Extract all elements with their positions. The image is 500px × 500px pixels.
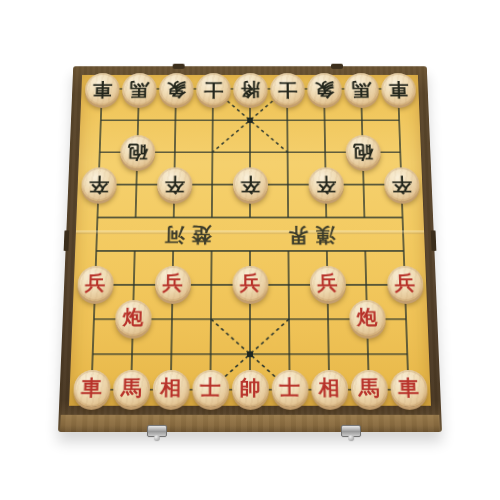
piece-red-elephant[interactable]: 相 <box>311 370 348 407</box>
piece-character: 兵 <box>394 274 415 294</box>
piece-character: 帥 <box>240 377 261 398</box>
latch-clasp-icon <box>147 425 167 437</box>
box-front-edge <box>60 415 440 432</box>
piece-character: 卒 <box>240 174 260 193</box>
hinge-icon <box>331 64 343 69</box>
piece-character: 兵 <box>317 274 338 294</box>
fold-joint-right <box>431 231 437 251</box>
board-grid-lines <box>69 75 431 406</box>
piece-red-soldier[interactable]: 兵 <box>309 266 345 301</box>
piece-black-chariot[interactable]: 車 <box>84 73 119 105</box>
board-fold-seam <box>76 231 424 235</box>
piece-character: 士 <box>203 80 223 98</box>
piece-character: 炮 <box>122 308 143 328</box>
piece-character: 相 <box>319 377 340 398</box>
palace-center-marker <box>247 118 253 123</box>
xiangqi-board-surface[interactable]: 楚河 漢界 車馬象士將士象馬車砲砲卒卒卒卒卒兵兵兵兵兵炮炮車馬相士帥士相馬車 <box>69 75 431 406</box>
piece-black-soldier[interactable]: 卒 <box>308 167 344 201</box>
board-perspective-wrapper: 楚河 漢界 車馬象士將士象馬車砲砲卒卒卒卒卒兵兵兵兵兵炮炮車馬相士帥士相馬車 <box>58 40 442 432</box>
piece-black-cannon[interactable]: 砲 <box>345 135 381 168</box>
piece-character: 車 <box>398 377 420 398</box>
piece-character: 車 <box>81 377 103 398</box>
piece-character: 兵 <box>162 274 183 294</box>
piece-black-chariot[interactable]: 車 <box>380 73 415 105</box>
piece-black-horse[interactable]: 馬 <box>121 73 156 105</box>
piece-black-soldier[interactable]: 卒 <box>232 167 267 201</box>
piece-character: 馬 <box>129 80 149 98</box>
piece-character: 將 <box>240 80 259 98</box>
piece-character: 兵 <box>240 274 260 294</box>
piece-red-soldier[interactable]: 兵 <box>154 266 190 301</box>
piece-red-advisor[interactable]: 士 <box>271 370 308 407</box>
piece-red-chariot[interactable]: 車 <box>72 370 110 407</box>
piece-character: 士 <box>279 377 300 398</box>
piece-character: 士 <box>200 377 221 398</box>
piece-red-general[interactable]: 帥 <box>232 370 269 407</box>
piece-black-advisor[interactable]: 士 <box>270 73 305 105</box>
piece-character: 砲 <box>353 142 373 161</box>
piece-black-horse[interactable]: 馬 <box>344 73 379 105</box>
piece-black-advisor[interactable]: 士 <box>196 73 231 105</box>
piece-black-soldier[interactable]: 卒 <box>156 167 192 201</box>
piece-red-chariot[interactable]: 車 <box>390 370 428 407</box>
piece-character: 象 <box>314 80 334 98</box>
river-inscription-left: 楚河 <box>158 222 212 248</box>
piece-character: 兵 <box>85 274 106 294</box>
piece-character: 馬 <box>358 377 379 398</box>
piece-character: 炮 <box>357 308 378 328</box>
piece-character: 車 <box>388 80 408 98</box>
piece-character: 卒 <box>391 174 412 193</box>
piece-character: 相 <box>160 377 181 398</box>
piece-red-cannon[interactable]: 炮 <box>349 300 386 336</box>
piece-black-cannon[interactable]: 砲 <box>119 135 155 168</box>
piece-character: 馬 <box>120 377 141 398</box>
piece-character: 馬 <box>351 80 371 98</box>
piece-black-elephant[interactable]: 象 <box>307 73 342 105</box>
piece-red-elephant[interactable]: 相 <box>152 370 189 407</box>
piece-character: 士 <box>277 80 297 98</box>
latch-clasp-icon <box>341 425 361 437</box>
piece-character: 卒 <box>164 174 184 193</box>
piece-character: 車 <box>92 80 112 98</box>
piece-black-general[interactable]: 將 <box>233 73 267 105</box>
product-photo-background: 楚河 漢界 車馬象士將士象馬車砲砲卒卒卒卒卒兵兵兵兵兵炮炮車馬相士帥士相馬車 <box>0 0 500 500</box>
piece-red-horse[interactable]: 馬 <box>112 370 150 407</box>
fold-joint-left <box>64 231 70 251</box>
piece-character: 砲 <box>127 142 147 161</box>
river-inscription-right: 漢界 <box>281 222 335 248</box>
piece-red-advisor[interactable]: 士 <box>192 370 229 407</box>
piece-character: 卒 <box>316 174 336 193</box>
folding-xiangqi-box: 楚河 漢界 車馬象士將士象馬車砲砲卒卒卒卒卒兵兵兵兵兵炮炮車馬相士帥士相馬車 <box>58 66 442 432</box>
piece-black-elephant[interactable]: 象 <box>158 73 193 105</box>
piece-character: 象 <box>166 80 186 98</box>
piece-red-horse[interactable]: 馬 <box>350 370 388 407</box>
piece-red-cannon[interactable]: 炮 <box>114 300 151 336</box>
piece-black-soldier[interactable]: 卒 <box>80 167 116 201</box>
piece-black-soldier[interactable]: 卒 <box>383 167 419 201</box>
hinge-icon <box>172 64 184 69</box>
palace-center-marker <box>247 351 253 357</box>
piece-red-soldier[interactable]: 兵 <box>232 266 268 301</box>
piece-character: 卒 <box>88 174 109 193</box>
